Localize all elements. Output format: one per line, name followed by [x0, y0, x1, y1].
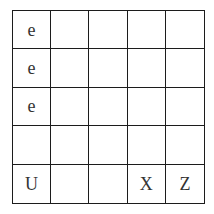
grid-cell-empty[interactable]	[51, 11, 89, 49]
grid-cell-empty[interactable]	[128, 88, 166, 126]
grid-cell-letter[interactable]: X	[128, 165, 166, 203]
grid-cell-empty[interactable]	[166, 11, 204, 49]
grid-cell-empty[interactable]	[89, 49, 127, 87]
grid-cell-empty[interactable]	[89, 165, 127, 203]
grid-cell-empty[interactable]	[128, 11, 166, 49]
grid-cell-empty[interactable]	[166, 88, 204, 126]
grid-cell-empty[interactable]	[89, 11, 127, 49]
grid-cell-letter[interactable]: Z	[166, 165, 204, 203]
grid-cell-letter[interactable]: e	[13, 49, 51, 87]
grid-cell-letter[interactable]: e	[13, 11, 51, 49]
grid-cell-letter[interactable]: U	[13, 165, 51, 203]
grid-cell-letter[interactable]: e	[13, 88, 51, 126]
puzzle-grid: eeeUXZ	[12, 10, 205, 204]
puzzle-page: eeeUXZ	[0, 0, 214, 214]
grid-cell-empty[interactable]	[166, 49, 204, 87]
grid-cell-empty[interactable]	[51, 126, 89, 164]
grid-cell-empty[interactable]	[51, 88, 89, 126]
grid-cell-empty[interactable]	[51, 49, 89, 87]
grid-cell-empty[interactable]	[128, 49, 166, 87]
grid-cell-empty[interactable]	[89, 126, 127, 164]
grid-cell-empty[interactable]	[166, 126, 204, 164]
grid-cell-empty[interactable]	[13, 126, 51, 164]
grid-cell-empty[interactable]	[51, 165, 89, 203]
grid-cell-empty[interactable]	[89, 88, 127, 126]
grid-cell-empty[interactable]	[128, 126, 166, 164]
